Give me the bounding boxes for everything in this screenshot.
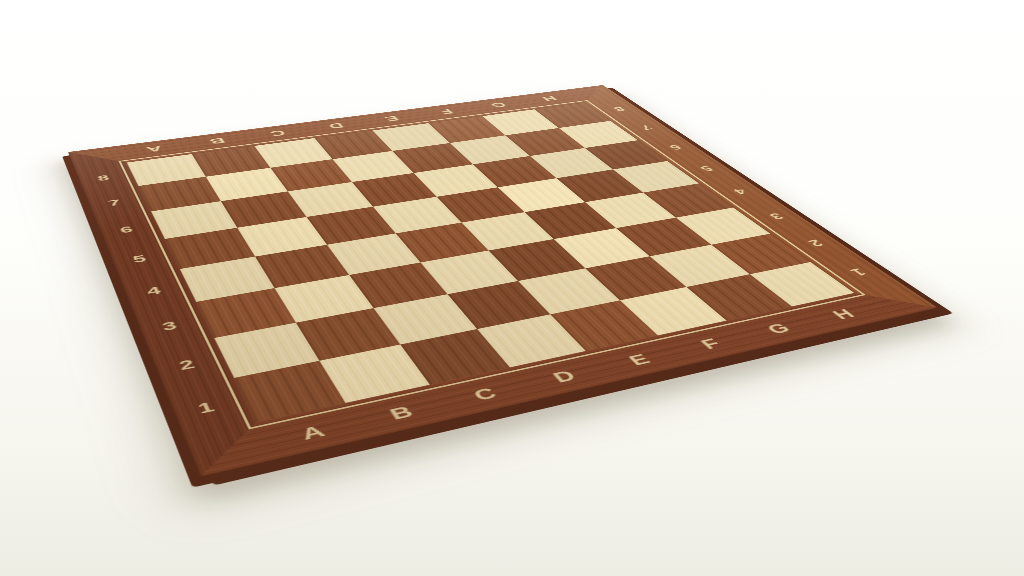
rank-label-left-4: 4 bbox=[145, 284, 163, 298]
rank-label-right-1: 1 bbox=[845, 266, 870, 278]
file-label-near-b: B bbox=[386, 402, 417, 423]
file-label-far-g: G bbox=[488, 101, 509, 109]
file-label-far-h: H bbox=[539, 95, 559, 103]
file-label-near-g: G bbox=[762, 320, 795, 337]
rank-label-left-6: 6 bbox=[118, 224, 134, 235]
file-label-near-a: A bbox=[297, 421, 328, 443]
file-label-far-c: C bbox=[268, 129, 288, 138]
rank-label-right-4: 4 bbox=[729, 186, 750, 196]
file-label-near-d: D bbox=[548, 367, 580, 386]
file-label-near-h: H bbox=[827, 306, 859, 322]
rank-label-left-2: 2 bbox=[177, 357, 197, 374]
rank-label-left-5: 5 bbox=[131, 253, 148, 265]
file-label-far-b: B bbox=[207, 136, 227, 146]
file-label-near-e: E bbox=[624, 351, 655, 369]
rank-label-left-8: 8 bbox=[96, 173, 111, 183]
scene: ABCDEFGH ABCDEFGH 87654321 87654321 bbox=[0, 0, 620, 576]
rank-label-right-8: 8 bbox=[610, 105, 627, 112]
rank-label-right-3: 3 bbox=[765, 211, 787, 221]
file-label-near-c: C bbox=[469, 384, 501, 404]
file-label-far-d: D bbox=[326, 121, 346, 130]
rank-label-right-6: 6 bbox=[666, 143, 685, 151]
file-label-near-f: F bbox=[696, 335, 725, 352]
rank-label-right-7: 7 bbox=[637, 123, 655, 131]
rank-label-left-7: 7 bbox=[107, 198, 122, 208]
rank-label-right-5: 5 bbox=[696, 164, 716, 173]
photo-background: ABCDEFGH ABCDEFGH 87654321 87654321 bbox=[0, 0, 1024, 576]
file-label-far-e: E bbox=[383, 114, 402, 122]
file-label-far-a: A bbox=[145, 144, 164, 154]
rank-label-right-2: 2 bbox=[803, 237, 826, 248]
rank-label-left-1: 1 bbox=[195, 398, 217, 416]
rank-label-left-3: 3 bbox=[160, 319, 179, 334]
file-label-far-f: F bbox=[437, 108, 455, 116]
chess-board: ABCDEFGH ABCDEFGH 87654321 87654321 bbox=[68, 85, 938, 477]
